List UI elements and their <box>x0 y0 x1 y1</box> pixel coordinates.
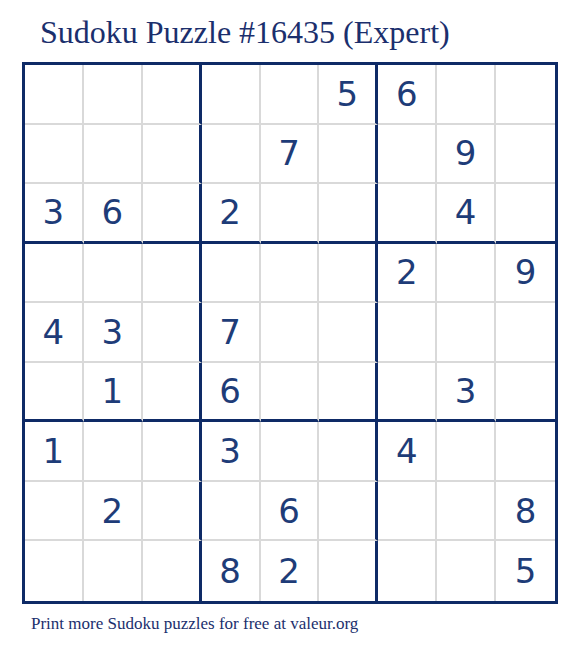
sudoku-cell[interactable] <box>25 125 84 185</box>
sudoku-cell[interactable] <box>261 363 320 423</box>
sudoku-cell[interactable]: 5 <box>496 541 555 601</box>
sudoku-cell[interactable] <box>378 541 437 601</box>
sudoku-cell[interactable] <box>143 363 202 423</box>
sudoku-cell[interactable] <box>319 482 378 542</box>
sudoku-cell[interactable] <box>496 125 555 185</box>
sudoku-cell[interactable] <box>319 125 378 185</box>
sudoku-cell[interactable] <box>261 184 320 244</box>
sudoku-cell[interactable] <box>437 422 496 482</box>
sudoku-cell[interactable] <box>84 422 143 482</box>
sudoku-cell[interactable] <box>496 65 555 125</box>
sudoku-cell[interactable]: 6 <box>261 482 320 542</box>
sudoku-cell[interactable] <box>143 541 202 601</box>
sudoku-cell[interactable]: 2 <box>202 184 261 244</box>
sudoku-cell[interactable] <box>437 65 496 125</box>
sudoku-cell[interactable]: 1 <box>84 363 143 423</box>
sudoku-cell[interactable] <box>378 363 437 423</box>
sudoku-cell[interactable]: 4 <box>25 303 84 363</box>
sudoku-cell[interactable] <box>202 65 261 125</box>
sudoku-cell[interactable] <box>25 482 84 542</box>
sudoku-cell[interactable] <box>319 184 378 244</box>
sudoku-cell[interactable] <box>437 482 496 542</box>
sudoku-cell[interactable] <box>143 482 202 542</box>
sudoku-cell[interactable] <box>437 244 496 304</box>
sudoku-cell[interactable] <box>378 482 437 542</box>
sudoku-cell[interactable]: 9 <box>496 244 555 304</box>
sudoku-cell[interactable]: 2 <box>261 541 320 601</box>
sudoku-cell[interactable] <box>143 184 202 244</box>
sudoku-cell[interactable] <box>319 244 378 304</box>
sudoku-cell[interactable] <box>202 125 261 185</box>
sudoku-cell[interactable]: 7 <box>202 303 261 363</box>
sudoku-cell[interactable]: 3 <box>202 422 261 482</box>
sudoku-cell[interactable]: 7 <box>261 125 320 185</box>
sudoku-cell[interactable] <box>25 363 84 423</box>
footer-note: Print more Sudoku puzzles for free at va… <box>31 614 358 634</box>
sudoku-cell[interactable] <box>496 303 555 363</box>
sudoku-cell[interactable] <box>378 303 437 363</box>
sudoku-cell[interactable]: 3 <box>437 363 496 423</box>
sudoku-cell[interactable] <box>261 65 320 125</box>
sudoku-cell[interactable] <box>143 65 202 125</box>
sudoku-cell[interactable]: 1 <box>25 422 84 482</box>
sudoku-cell[interactable] <box>319 422 378 482</box>
sudoku-cell[interactable] <box>84 244 143 304</box>
sudoku-cell[interactable]: 3 <box>25 184 84 244</box>
sudoku-cell[interactable] <box>143 125 202 185</box>
sudoku-cell[interactable] <box>378 125 437 185</box>
sudoku-cell[interactable] <box>143 244 202 304</box>
sudoku-cell[interactable]: 2 <box>84 482 143 542</box>
sudoku-cell[interactable] <box>25 65 84 125</box>
sudoku-cell[interactable] <box>319 363 378 423</box>
sudoku-cell[interactable]: 6 <box>84 184 143 244</box>
sudoku-cell[interactable] <box>25 541 84 601</box>
sudoku-cell[interactable] <box>261 303 320 363</box>
sudoku-cell[interactable] <box>378 184 437 244</box>
sudoku-cell[interactable] <box>319 541 378 601</box>
sudoku-cell[interactable] <box>496 422 555 482</box>
sudoku-cell[interactable]: 2 <box>378 244 437 304</box>
sudoku-cell[interactable] <box>202 482 261 542</box>
sudoku-grid: 5679362429437163134268825 <box>22 62 558 604</box>
sudoku-cell[interactable] <box>496 363 555 423</box>
sudoku-page: Sudoku Puzzle #16435 (Expert) 5679362429… <box>0 0 580 651</box>
sudoku-cell[interactable]: 3 <box>84 303 143 363</box>
page-title: Sudoku Puzzle #16435 (Expert) <box>40 15 450 50</box>
sudoku-cell[interactable]: 9 <box>437 125 496 185</box>
sudoku-cell[interactable] <box>143 303 202 363</box>
sudoku-cell[interactable] <box>437 303 496 363</box>
sudoku-cell[interactable]: 8 <box>202 541 261 601</box>
sudoku-cell[interactable] <box>143 422 202 482</box>
sudoku-cell[interactable]: 6 <box>378 65 437 125</box>
sudoku-cell[interactable] <box>84 65 143 125</box>
sudoku-cell[interactable] <box>84 125 143 185</box>
sudoku-cell[interactable]: 4 <box>378 422 437 482</box>
sudoku-cell[interactable] <box>319 303 378 363</box>
sudoku-cell[interactable]: 8 <box>496 482 555 542</box>
sudoku-cell[interactable] <box>261 422 320 482</box>
sudoku-cell[interactable] <box>202 244 261 304</box>
sudoku-cell[interactable] <box>261 244 320 304</box>
sudoku-cell[interactable] <box>496 184 555 244</box>
sudoku-cell[interactable] <box>25 244 84 304</box>
sudoku-cell[interactable]: 4 <box>437 184 496 244</box>
sudoku-cell[interactable]: 5 <box>319 65 378 125</box>
sudoku-cell[interactable]: 6 <box>202 363 261 423</box>
sudoku-cell[interactable] <box>84 541 143 601</box>
sudoku-cell[interactable] <box>437 541 496 601</box>
